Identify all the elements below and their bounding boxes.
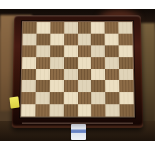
square-r6c5	[91, 92, 105, 104]
square-r3c1	[36, 57, 50, 69]
square-r1c5	[91, 34, 105, 46]
square-r0c4	[78, 22, 92, 33]
photo-background	[0, 9, 155, 141]
square-r7c0	[21, 104, 35, 116]
square-r1c7	[119, 34, 133, 46]
square-r0c6	[105, 22, 119, 33]
square-r4c4	[78, 69, 92, 81]
square-r3c2	[50, 57, 64, 69]
square-r6c2	[49, 92, 63, 104]
square-r2c2	[50, 45, 64, 57]
price-tag	[71, 124, 86, 140]
square-r0c7	[118, 22, 132, 33]
square-r7c2	[49, 104, 63, 116]
square-r3c6	[105, 57, 119, 69]
square-r0c1	[36, 22, 50, 33]
square-r6c1	[35, 92, 49, 104]
square-r7c1	[35, 104, 49, 116]
square-r1c2	[50, 34, 64, 46]
chess-board	[12, 15, 144, 127]
square-r1c6	[105, 34, 119, 46]
board-grid	[20, 21, 135, 117]
square-r5c2	[50, 80, 64, 92]
square-r6c6	[105, 92, 119, 104]
square-r5c1	[36, 80, 50, 92]
square-r5c6	[105, 80, 119, 92]
square-r1c0	[22, 34, 36, 46]
square-r6c0	[21, 92, 35, 104]
square-r4c1	[36, 69, 50, 81]
square-r6c7	[119, 92, 133, 104]
square-r0c0	[23, 22, 37, 33]
square-r2c4	[78, 45, 92, 57]
square-r7c4	[78, 104, 92, 116]
square-r5c5	[91, 80, 105, 92]
square-r6c4	[78, 92, 92, 104]
square-r2c5	[91, 45, 105, 57]
square-r7c6	[106, 104, 120, 116]
square-r5c0	[22, 80, 36, 92]
square-r6c3	[63, 92, 77, 104]
square-r1c3	[64, 34, 78, 46]
square-r4c2	[50, 69, 64, 81]
square-r7c7	[120, 104, 134, 116]
square-r3c4	[78, 57, 92, 69]
square-r3c5	[91, 57, 105, 69]
square-r7c3	[63, 104, 77, 116]
square-r2c0	[22, 45, 36, 57]
square-r5c3	[64, 80, 78, 92]
square-r5c4	[78, 80, 92, 92]
square-r0c5	[91, 22, 105, 33]
square-r4c0	[22, 69, 36, 81]
square-r4c3	[64, 69, 78, 81]
square-r0c2	[50, 22, 64, 33]
square-r3c7	[119, 57, 133, 69]
square-r4c6	[105, 69, 119, 81]
square-r2c7	[119, 45, 133, 57]
square-r4c5	[91, 69, 105, 81]
square-r2c3	[64, 45, 78, 57]
square-r2c6	[105, 45, 119, 57]
photo-frame	[0, 0, 155, 155]
square-r7c5	[92, 104, 106, 116]
square-r0c3	[64, 22, 78, 33]
square-r3c3	[64, 57, 78, 69]
square-r1c1	[36, 34, 50, 46]
square-r5c7	[119, 80, 133, 92]
square-r1c4	[78, 34, 92, 46]
square-r3c0	[22, 57, 36, 69]
square-r4c7	[119, 69, 133, 81]
square-r2c1	[36, 45, 50, 57]
yellow-sticker	[9, 96, 19, 108]
